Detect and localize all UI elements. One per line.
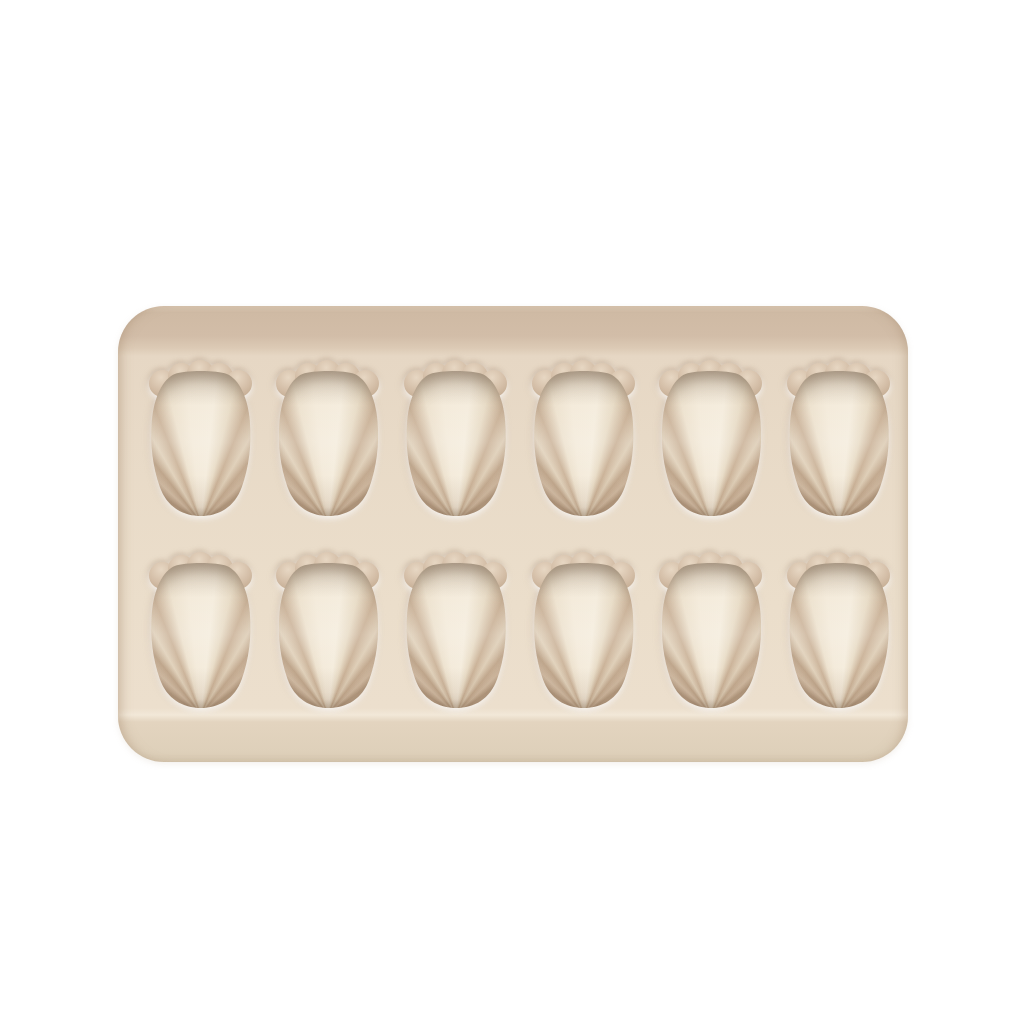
shell-cavity: [399, 360, 513, 520]
shell-mold: [655, 360, 769, 520]
fluted-bowl: [145, 366, 257, 518]
cavity-grid: [144, 360, 896, 712]
fluted-bowl: [272, 366, 384, 518]
fluted-bowl: [400, 558, 512, 710]
shell-cavity: [272, 552, 386, 712]
shell-cavity: [655, 360, 769, 520]
shell-mold: [527, 552, 641, 712]
shell-cavity: [144, 360, 258, 520]
shell-mold: [144, 552, 258, 712]
fluted-bowl: [655, 366, 767, 518]
shell-cavity: [782, 360, 896, 520]
shell-cavity: [399, 552, 513, 712]
fluted-bowl: [783, 366, 895, 518]
shell-cavity: [527, 552, 641, 712]
fluted-bowl: [528, 558, 640, 710]
photo-stage: [0, 0, 1024, 1024]
shell-cavity: [272, 360, 386, 520]
shell-cavity: [527, 360, 641, 520]
fluted-bowl: [272, 558, 384, 710]
shell-mold: [399, 552, 513, 712]
fluted-bowl: [783, 558, 895, 710]
shell-mold: [272, 552, 386, 712]
shell-mold: [782, 552, 896, 712]
shell-mold: [272, 360, 386, 520]
shell-mold: [527, 360, 641, 520]
fluted-bowl: [400, 366, 512, 518]
shell-cavity: [655, 552, 769, 712]
shell-cavity: [144, 552, 258, 712]
fluted-bowl: [528, 366, 640, 518]
shell-mold: [399, 360, 513, 520]
shell-mold: [144, 360, 258, 520]
madeleine-pan: [118, 306, 908, 762]
shell-mold: [782, 360, 896, 520]
shell-cavity: [782, 552, 896, 712]
fluted-bowl: [145, 558, 257, 710]
fluted-bowl: [655, 558, 767, 710]
shell-mold: [655, 552, 769, 712]
